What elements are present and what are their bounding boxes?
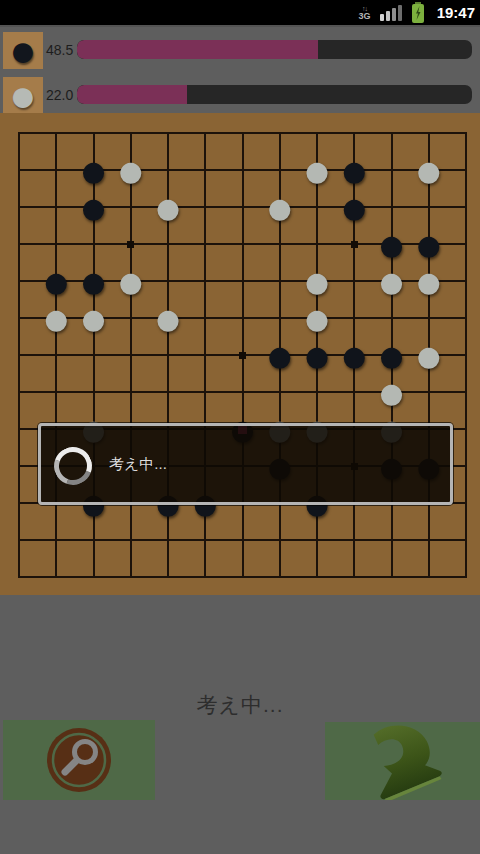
status-text: 考え中...: [0, 691, 480, 719]
white-stone: ●: [373, 262, 411, 300]
go-board[interactable]: ●●●●●●●●●●●●●●●●●●●●●●●●●●●●●●●●●●●●●●●: [0, 113, 480, 595]
thinking-dialog: 考え中...: [38, 423, 453, 505]
black-player-stone-icon: ●: [3, 32, 43, 69]
undo-button[interactable]: [325, 722, 480, 800]
white-stone: ●: [112, 262, 150, 300]
undo-arrow-icon: [357, 722, 449, 800]
white-stone: ●: [75, 299, 113, 337]
network-label: 3G: [359, 12, 371, 21]
black-stone: ●: [335, 336, 373, 374]
app-screen: ↑↓ 3G 19:47 ● 48.5 ● 22.0: [0, 0, 480, 854]
signal-bars-icon: [380, 5, 402, 21]
black-score: 48.5: [46, 42, 76, 58]
bottom-panel: 考え中...: [0, 595, 480, 854]
black-stone: ●: [298, 336, 336, 374]
score-panel: ● 48.5 ● 22.0: [0, 25, 480, 113]
network-3g-icon: ↑↓ 3G: [359, 5, 371, 21]
white-stone: ●: [149, 188, 187, 226]
black-score-bar-fill: [77, 40, 318, 59]
analyze-button[interactable]: [3, 720, 155, 800]
white-stone: ●: [37, 299, 75, 337]
black-score-bar: [77, 40, 472, 59]
white-player-stone-icon: ●: [3, 77, 43, 114]
status-bar: ↑↓ 3G 19:47: [0, 0, 480, 25]
white-stone: ●: [261, 188, 299, 226]
board-grid: ●●●●●●●●●●●●●●●●●●●●●●●●●●●●●●●●●●●●●●●: [19, 133, 466, 577]
thinking-dialog-text: 考え中...: [109, 426, 167, 502]
battery-charging-icon: [411, 2, 425, 23]
white-score-bar-fill: [77, 85, 187, 104]
white-stone: ●: [410, 151, 448, 189]
clock: 19:47: [437, 4, 475, 21]
white-score: 22.0: [46, 87, 76, 103]
white-score-bar: [77, 85, 472, 104]
black-stone: ●: [335, 188, 373, 226]
spinner-icon: [48, 441, 98, 491]
black-stone: ●: [75, 188, 113, 226]
white-stone: ●: [149, 299, 187, 337]
white-stone: ●: [410, 262, 448, 300]
magnifier-icon: [45, 726, 113, 794]
black-stone: ●: [261, 336, 299, 374]
white-stone: ●: [410, 336, 448, 374]
white-stone: ●: [298, 151, 336, 189]
white-stone: ●: [112, 151, 150, 189]
